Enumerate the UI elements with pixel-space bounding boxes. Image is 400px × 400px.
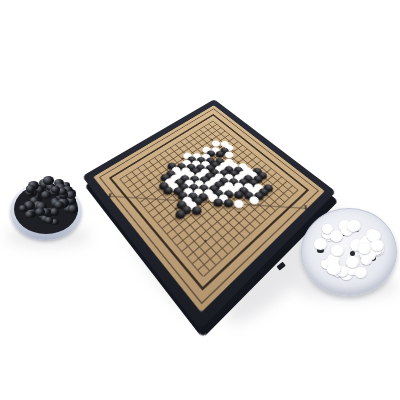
bowl-black-stone bbox=[35, 208, 45, 216]
bowl-white-stone bbox=[314, 238, 327, 250]
bowl-white-stone bbox=[346, 256, 359, 268]
bowl-shadow-gap bbox=[350, 251, 356, 256]
go-grid bbox=[120, 121, 298, 276]
bowl-white-stone bbox=[355, 267, 367, 278]
white-stones-bowl bbox=[301, 208, 395, 296]
bowl-black-stone bbox=[54, 201, 64, 209]
bowl-white-stone bbox=[327, 263, 341, 275]
product-photo-scene bbox=[0, 0, 400, 400]
bowl-black-stone bbox=[25, 211, 35, 219]
go-board bbox=[82, 99, 336, 329]
bowl-black-stone bbox=[43, 176, 54, 185]
bowl-black-stone bbox=[19, 205, 27, 212]
bowl-black-stone bbox=[50, 208, 59, 215]
black-stones-bowl bbox=[10, 166, 84, 244]
bowl-black-stone bbox=[68, 205, 77, 213]
bowl-black-stone bbox=[45, 217, 53, 224]
